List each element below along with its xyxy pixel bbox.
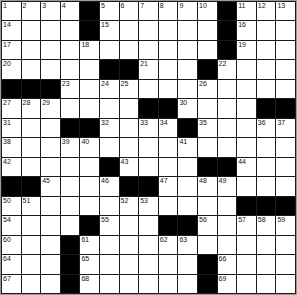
cell-r7c1[interactable]: 31 <box>2 119 21 137</box>
clue-number-36: 36 <box>258 119 266 127</box>
cell-r6c2[interactable]: 28 <box>22 99 41 117</box>
cell-r10c9[interactable]: 47 <box>159 177 178 195</box>
cell-r10c5[interactable] <box>80 177 99 195</box>
cell-r9c7[interactable]: 43 <box>120 158 139 176</box>
cell-r15c4-black <box>61 275 80 293</box>
cell-r8c14[interactable] <box>257 138 276 156</box>
cell-r13c10[interactable]: 63 <box>178 236 197 254</box>
cell-r5c14[interactable] <box>257 80 276 98</box>
clue-number-45: 45 <box>42 177 50 185</box>
cell-r6c3[interactable]: 29 <box>41 99 60 117</box>
cell-r14c11-black <box>198 255 217 273</box>
cell-r4c13[interactable] <box>237 60 256 78</box>
cell-r8c11[interactable] <box>198 138 217 156</box>
clue-number-2: 2 <box>23 2 27 10</box>
clue-number-62: 62 <box>160 236 168 244</box>
clue-number-20: 20 <box>3 60 11 68</box>
clue-number-6: 6 <box>121 2 125 10</box>
cell-r6c10[interactable]: 30 <box>178 99 197 117</box>
cell-r1c15[interactable]: 13 <box>276 2 295 20</box>
crossword-board: 1234567891011121314151617181920212223242… <box>0 0 297 295</box>
cell-r5c1-black <box>2 80 21 98</box>
cell-r10c10[interactable] <box>178 177 197 195</box>
cell-r15c2[interactable] <box>22 275 41 293</box>
cell-r10c15[interactable] <box>276 177 295 195</box>
cell-r1c11[interactable]: 10 <box>198 2 217 20</box>
clue-number-41: 41 <box>179 138 187 146</box>
cell-r13c13[interactable] <box>237 236 256 254</box>
cell-r12c1[interactable]: 54 <box>2 216 21 234</box>
cell-r13c3[interactable] <box>41 236 60 254</box>
cell-r6c13[interactable] <box>237 99 256 117</box>
cell-r3c1[interactable]: 17 <box>2 41 21 59</box>
clue-number-10: 10 <box>199 2 207 10</box>
cell-r4c15[interactable] <box>276 60 295 78</box>
cell-r4c4[interactable] <box>61 60 80 78</box>
clue-number-54: 54 <box>3 216 11 224</box>
cell-r14c14[interactable] <box>257 255 276 273</box>
cell-r2c11[interactable] <box>198 21 217 39</box>
clue-number-13: 13 <box>277 2 285 10</box>
clue-number-1: 1 <box>3 2 7 10</box>
clue-number-28: 28 <box>23 99 31 107</box>
cell-r15c5[interactable]: 68 <box>80 275 99 293</box>
cell-r2c3[interactable] <box>41 21 60 39</box>
cell-r7c10-black <box>178 119 197 137</box>
cell-r10c2-black <box>22 177 41 195</box>
cell-r3c12-black <box>218 41 237 59</box>
cell-r8c5[interactable]: 40 <box>80 138 99 156</box>
clue-number-26: 26 <box>199 80 207 88</box>
cell-r8c4[interactable]: 39 <box>61 138 80 156</box>
cell-r3c14[interactable] <box>257 41 276 59</box>
cell-r12c3[interactable] <box>41 216 60 234</box>
clue-number-46: 46 <box>101 177 109 185</box>
cell-r12c4[interactable] <box>61 216 80 234</box>
cell-r1c1[interactable]: 1 <box>2 2 21 20</box>
cell-r9c3[interactable] <box>41 158 60 176</box>
cell-r12c14[interactable]: 58 <box>257 216 276 234</box>
clue-number-19: 19 <box>238 41 246 49</box>
clue-number-14: 14 <box>3 21 11 29</box>
cell-r2c13[interactable]: 16 <box>237 21 256 39</box>
cell-r3c3[interactable] <box>41 41 60 59</box>
cell-r4c7-black <box>120 60 139 78</box>
clue-number-31: 31 <box>3 119 11 127</box>
cell-r13c7[interactable] <box>120 236 139 254</box>
clue-number-17: 17 <box>3 41 11 49</box>
cell-r10c12[interactable]: 49 <box>218 177 237 195</box>
cell-r15c10[interactable] <box>178 275 197 293</box>
clue-number-50: 50 <box>3 197 11 205</box>
cell-r2c9[interactable] <box>159 21 178 39</box>
clue-number-49: 49 <box>219 177 227 185</box>
cell-r6c1[interactable]: 27 <box>2 99 21 117</box>
cell-r11c1[interactable]: 50 <box>2 197 21 215</box>
cell-r9c8[interactable] <box>139 158 158 176</box>
cell-r7c6[interactable]: 32 <box>100 119 119 137</box>
cell-r7c5-black <box>80 119 99 137</box>
cell-r1c8[interactable]: 7 <box>139 2 158 20</box>
clue-number-44: 44 <box>238 158 246 166</box>
cell-r1c10[interactable]: 9 <box>178 2 197 20</box>
clue-number-7: 7 <box>140 2 144 10</box>
cell-r13c1[interactable]: 60 <box>2 236 21 254</box>
clue-number-53: 53 <box>140 197 148 205</box>
cell-r5c2-black <box>22 80 41 98</box>
cell-r13c4-black <box>61 236 80 254</box>
cell-r5c9[interactable] <box>159 80 178 98</box>
cell-r14c2[interactable] <box>22 255 41 273</box>
cell-r14c10[interactable] <box>178 255 197 273</box>
cell-r3c10[interactable] <box>178 41 197 59</box>
cell-r5c5[interactable] <box>80 80 99 98</box>
clue-number-23: 23 <box>62 80 70 88</box>
cell-r12c7[interactable] <box>120 216 139 234</box>
cell-r13c14[interactable] <box>257 236 276 254</box>
cell-r6c15-black <box>276 99 295 117</box>
cell-r7c8[interactable]: 33 <box>139 119 158 137</box>
cell-r10c8-black <box>139 177 158 195</box>
cell-r11c6[interactable] <box>100 197 119 215</box>
cell-r4c8[interactable]: 21 <box>139 60 158 78</box>
cell-r13c9[interactable]: 62 <box>159 236 178 254</box>
cell-r12c5-black <box>80 216 99 234</box>
cell-r4c5[interactable] <box>80 60 99 78</box>
cell-r3c2[interactable] <box>22 41 41 59</box>
clue-number-56: 56 <box>199 216 207 224</box>
cell-r7c7[interactable] <box>120 119 139 137</box>
clue-number-11: 11 <box>238 2 245 10</box>
cell-r8c7[interactable] <box>120 138 139 156</box>
cell-r3c5[interactable]: 18 <box>80 41 99 59</box>
cell-r2c5-black <box>80 21 99 39</box>
cell-r5c15[interactable] <box>276 80 295 98</box>
cell-r4c9[interactable] <box>159 60 178 78</box>
clue-number-30: 30 <box>179 99 187 107</box>
clue-number-18: 18 <box>81 41 89 49</box>
cell-r1c9[interactable]: 8 <box>159 2 178 20</box>
cell-r11c14-black <box>257 197 276 215</box>
clue-number-5: 5 <box>101 2 105 10</box>
cell-r4c10[interactable] <box>178 60 197 78</box>
cell-r10c4[interactable] <box>61 177 80 195</box>
cell-r15c9[interactable] <box>159 275 178 293</box>
clue-number-22: 22 <box>219 60 227 68</box>
cell-r11c4[interactable] <box>61 197 80 215</box>
cell-r2c4[interactable] <box>61 21 80 39</box>
cell-r13c5[interactable]: 61 <box>80 236 99 254</box>
clue-number-67: 67 <box>3 275 11 283</box>
cell-r7c14[interactable]: 36 <box>257 119 276 137</box>
clue-number-60: 60 <box>3 236 11 244</box>
cell-r5c10[interactable] <box>178 80 197 98</box>
cell-r13c2[interactable] <box>22 236 41 254</box>
cell-r8c1[interactable]: 38 <box>2 138 21 156</box>
cell-r14c5[interactable]: 65 <box>80 255 99 273</box>
cell-r8c12[interactable] <box>218 138 237 156</box>
cell-r12c15[interactable]: 59 <box>276 216 295 234</box>
clue-number-48: 48 <box>199 177 207 185</box>
cell-r12c8[interactable] <box>139 216 158 234</box>
cell-r10c11[interactable]: 48 <box>198 177 217 195</box>
cell-r3c6[interactable] <box>100 41 119 59</box>
cell-r11c11[interactable] <box>198 197 217 215</box>
clue-number-33: 33 <box>140 119 148 127</box>
clue-number-27: 27 <box>3 99 11 107</box>
clue-number-3: 3 <box>42 2 46 10</box>
cell-r14c12[interactable]: 66 <box>218 255 237 273</box>
cell-r11c10[interactable] <box>178 197 197 215</box>
cell-r4c2[interactable] <box>22 60 41 78</box>
cell-r1c5-black <box>80 2 99 20</box>
cell-r14c7[interactable] <box>120 255 139 273</box>
cell-r13c6[interactable] <box>100 236 119 254</box>
cell-r9c2[interactable] <box>22 158 41 176</box>
cell-r8c9[interactable] <box>159 138 178 156</box>
cell-r12c9-black <box>159 216 178 234</box>
clue-number-63: 63 <box>179 236 187 244</box>
cell-r1c7[interactable]: 6 <box>120 2 139 20</box>
cell-r8c15[interactable] <box>276 138 295 156</box>
cell-r14c9[interactable] <box>159 255 178 273</box>
cell-r15c6[interactable] <box>100 275 119 293</box>
cell-r11c13-black <box>237 197 256 215</box>
cell-r2c7[interactable] <box>120 21 139 39</box>
cell-r2c12-black <box>218 21 237 39</box>
cell-r9c5[interactable] <box>80 158 99 176</box>
cell-r3c15[interactable] <box>276 41 295 59</box>
clue-number-9: 9 <box>179 2 183 10</box>
cell-r6c9-black <box>159 99 178 117</box>
cell-r1c12-black <box>218 2 237 20</box>
clue-number-57: 57 <box>238 216 246 224</box>
cell-r12c11[interactable]: 56 <box>198 216 217 234</box>
cell-r7c11[interactable]: 35 <box>198 119 217 137</box>
cell-r6c4[interactable] <box>61 99 80 117</box>
cell-r15c15[interactable] <box>276 275 295 293</box>
cell-r10c7-black <box>120 177 139 195</box>
cell-r9c10[interactable] <box>178 158 197 176</box>
cell-r9c14[interactable] <box>257 158 276 176</box>
cell-r1c13[interactable]: 11 <box>237 2 256 20</box>
clue-number-69: 69 <box>219 275 227 283</box>
cell-r9c12-black <box>218 158 237 176</box>
cell-r6c12[interactable] <box>218 99 237 117</box>
cell-r6c14-black <box>257 99 276 117</box>
cell-r1c3[interactable]: 3 <box>41 2 60 20</box>
cell-r2c15[interactable] <box>276 21 295 39</box>
cell-r14c15[interactable] <box>276 255 295 273</box>
cell-r15c7[interactable] <box>120 275 139 293</box>
cell-r14c1[interactable]: 64 <box>2 255 21 273</box>
cell-r9c6-black <box>100 158 119 176</box>
clue-number-68: 68 <box>81 275 89 283</box>
cell-r6c6[interactable] <box>100 99 119 117</box>
cell-r15c3[interactable] <box>41 275 60 293</box>
clue-number-15: 15 <box>101 21 109 29</box>
cell-r12c10-black <box>178 216 197 234</box>
clue-number-65: 65 <box>81 255 89 263</box>
cell-r2c1[interactable]: 14 <box>2 21 21 39</box>
cell-r8c8[interactable] <box>139 138 158 156</box>
clue-number-24: 24 <box>101 80 109 88</box>
clue-number-32: 32 <box>101 119 109 127</box>
cell-r5c11[interactable]: 26 <box>198 80 217 98</box>
cell-r4c12[interactable]: 22 <box>218 60 237 78</box>
cell-r1c14[interactable]: 12 <box>257 2 276 20</box>
clue-number-38: 38 <box>3 138 11 146</box>
cell-r11c7[interactable]: 52 <box>120 197 139 215</box>
cell-r9c15[interactable] <box>276 158 295 176</box>
cell-r2c2[interactable] <box>22 21 41 39</box>
cell-r12c12[interactable] <box>218 216 237 234</box>
cell-r15c8[interactable] <box>139 275 158 293</box>
cell-r5c3-black <box>41 80 60 98</box>
cell-r5c6[interactable]: 24 <box>100 80 119 98</box>
cell-r4c14[interactable] <box>257 60 276 78</box>
cell-r10c1-black <box>2 177 21 195</box>
cell-r2c10[interactable] <box>178 21 197 39</box>
cell-r7c2[interactable] <box>22 119 41 137</box>
cell-r11c3[interactable] <box>41 197 60 215</box>
cell-r8c6[interactable] <box>100 138 119 156</box>
cell-r8c10[interactable]: 41 <box>178 138 197 156</box>
clue-number-40: 40 <box>81 138 89 146</box>
cell-r8c2[interactable] <box>22 138 41 156</box>
clue-number-55: 55 <box>101 216 109 224</box>
cell-r3c13[interactable]: 19 <box>237 41 256 59</box>
cell-r5c12[interactable] <box>218 80 237 98</box>
cell-r10c6[interactable]: 46 <box>100 177 119 195</box>
cell-r5c7[interactable]: 25 <box>120 80 139 98</box>
cell-r12c13[interactable]: 57 <box>237 216 256 234</box>
clue-number-58: 58 <box>258 216 266 224</box>
cell-r15c14[interactable] <box>257 275 276 293</box>
cell-r10c13[interactable] <box>237 177 256 195</box>
cell-r7c9[interactable]: 34 <box>159 119 178 137</box>
cell-r15c13[interactable] <box>237 275 256 293</box>
clue-number-25: 25 <box>121 80 129 88</box>
cell-r10c14[interactable] <box>257 177 276 195</box>
cell-r1c2[interactable]: 2 <box>22 2 41 20</box>
cell-r9c4[interactable] <box>61 158 80 176</box>
cell-r11c15-black <box>276 197 295 215</box>
cell-r13c12[interactable] <box>218 236 237 254</box>
clue-number-4: 4 <box>62 2 66 10</box>
cell-r1c4[interactable]: 4 <box>61 2 80 20</box>
clue-number-66: 66 <box>219 255 227 263</box>
cell-r14c13[interactable] <box>237 255 256 273</box>
cell-r6c8-black <box>139 99 158 117</box>
clue-number-43: 43 <box>121 158 129 166</box>
cell-r2c6[interactable]: 15 <box>100 21 119 39</box>
cell-r9c1[interactable]: 42 <box>2 158 21 176</box>
clue-number-52: 52 <box>121 197 129 205</box>
clue-number-61: 61 <box>81 236 89 244</box>
clue-number-29: 29 <box>42 99 50 107</box>
cell-r4c3[interactable] <box>41 60 60 78</box>
clue-number-42: 42 <box>3 158 11 166</box>
cell-r14c4-black <box>61 255 80 273</box>
cell-r7c4-black <box>61 119 80 137</box>
cell-r6c11[interactable] <box>198 99 217 117</box>
cell-r9c11-black <box>198 158 217 176</box>
cell-r3c9[interactable] <box>159 41 178 59</box>
clue-number-12: 12 <box>258 2 266 10</box>
cell-r15c1[interactable]: 67 <box>2 275 21 293</box>
cell-r4c1[interactable]: 20 <box>2 60 21 78</box>
cell-r11c2[interactable]: 51 <box>22 197 41 215</box>
cell-r15c11-black <box>198 275 217 293</box>
cell-r2c14[interactable] <box>257 21 276 39</box>
clue-number-37: 37 <box>277 119 285 127</box>
cell-r10c3[interactable]: 45 <box>41 177 60 195</box>
cell-r7c13[interactable] <box>237 119 256 137</box>
cell-r8c3[interactable] <box>41 138 60 156</box>
cell-r5c4[interactable]: 23 <box>61 80 80 98</box>
cell-r13c15[interactable] <box>276 236 295 254</box>
clue-number-59: 59 <box>277 216 285 224</box>
cell-r5c8[interactable] <box>139 80 158 98</box>
cell-r3c7[interactable] <box>120 41 139 59</box>
cell-r11c12[interactable] <box>218 197 237 215</box>
clue-number-39: 39 <box>62 138 70 146</box>
clue-number-34: 34 <box>160 119 168 127</box>
cell-r12c6[interactable]: 55 <box>100 216 119 234</box>
cell-r5c13[interactable] <box>237 80 256 98</box>
clue-number-21: 21 <box>140 60 148 68</box>
cell-r3c11[interactable] <box>198 41 217 59</box>
cell-r13c8[interactable] <box>139 236 158 254</box>
cell-r7c3[interactable] <box>41 119 60 137</box>
cell-r6c7[interactable] <box>120 99 139 117</box>
cell-r4c6-black <box>100 60 119 78</box>
cell-r9c13[interactable]: 44 <box>237 158 256 176</box>
cell-r12c2[interactable] <box>22 216 41 234</box>
clue-number-8: 8 <box>160 2 164 10</box>
clue-number-47: 47 <box>160 177 168 185</box>
cell-r15c12[interactable]: 69 <box>218 275 237 293</box>
cell-r3c8[interactable] <box>139 41 158 59</box>
cell-r9c9[interactable] <box>159 158 178 176</box>
cell-r3c4[interactable] <box>61 41 80 59</box>
cell-r4c11-black <box>198 60 217 78</box>
cell-r14c3[interactable] <box>41 255 60 273</box>
cell-r13c11[interactable] <box>198 236 217 254</box>
cell-r1c6[interactable]: 5 <box>100 2 119 20</box>
cell-r8c13[interactable] <box>237 138 256 156</box>
cell-r14c6[interactable] <box>100 255 119 273</box>
crossword-grid: 1234567891011121314151617181920212223242… <box>1 1 296 294</box>
clue-number-35: 35 <box>199 119 207 127</box>
cell-r11c9[interactable] <box>159 197 178 215</box>
clue-number-51: 51 <box>23 197 31 205</box>
clue-number-64: 64 <box>3 255 11 263</box>
cell-r6c5[interactable] <box>80 99 99 117</box>
cell-r11c5[interactable] <box>80 197 99 215</box>
cell-r2c8[interactable] <box>139 21 158 39</box>
cell-r7c15[interactable]: 37 <box>276 119 295 137</box>
cell-r7c12[interactable] <box>218 119 237 137</box>
clue-number-16: 16 <box>238 21 246 29</box>
cell-r11c8[interactable]: 53 <box>139 197 158 215</box>
cell-r14c8[interactable] <box>139 255 158 273</box>
